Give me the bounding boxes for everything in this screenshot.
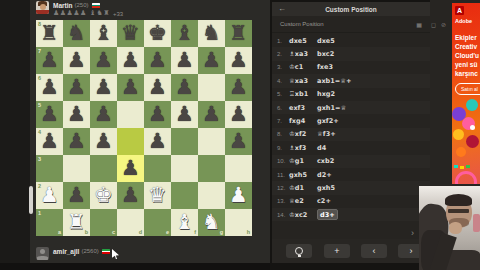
file-label: h [247,229,250,235]
square-d5[interactable] [117,101,144,128]
piece-black-bishop: ♝ [171,20,198,47]
white-move[interactable]: ♔xc2 [289,211,315,219]
panel-toolbar: + ‹ › [272,239,430,263]
move-number: 5. [277,91,289,97]
move-number: 9. [277,145,289,151]
ad-block-icon[interactable]: ⊘ [441,21,446,28]
piece-black-pawn: ♟ [225,74,252,101]
ad-cta-button[interactable]: Satın al [455,83,480,95]
prev-move-button[interactable]: ‹ [361,244,387,258]
ad-dot-1 [454,165,458,168]
black-move[interactable]: gxh1=♕ [317,104,343,112]
ad-art-ring [455,171,477,184]
square-c7[interactable]: ♟ [90,47,117,74]
square-b7[interactable]: ♟ [63,47,90,74]
custom-position-label: Custom Position [280,21,324,27]
file-label: e [166,229,169,235]
move-row: 3.♔c1fxe3 [272,61,430,74]
ad-art-white [470,125,475,130]
move-number: 3. [277,64,289,70]
piece-black-pawn: ♟ [171,101,198,128]
piece-black-bishop: ♝ [90,20,117,47]
move-row: 7.fxg4gxf2+ [272,114,430,127]
piece-black-pawn: ♟ [90,74,117,101]
piece-black-pawn: ♟ [117,155,144,182]
piece-black-pawn: ♟ [63,101,90,128]
move-number: 13. [277,198,289,204]
webcam-person-glasses [448,209,469,213]
piece-black-pawn: ♟ [225,128,252,155]
square-c6[interactable]: ♟ [90,74,117,101]
move-number: 8. [277,131,289,137]
piece-black-queen: ♛ [117,20,144,47]
move-row: 14.♔xc2d3+ [272,208,430,221]
board[interactable]: 8♜♞♝♛♚♝♞♜7♟♟♟♟♟♟♟♟6♟♟♟♟♟♟♟5♟♟♟♟♟♟♟4♟♟♟♟♟… [36,20,252,236]
ad-art-crimson [466,135,479,148]
piece-black-pawn: ♟ [63,128,90,155]
opponent-rating: (250) [75,2,89,8]
webcam-background-item [473,214,480,232]
piece-black-pawn: ♟ [36,47,63,74]
black-move[interactable]: fxe3 [317,63,343,71]
avatar-player[interactable] [36,247,49,260]
piece-black-pawn: ♟ [90,47,117,74]
black-move[interactable]: gxh5 [317,184,343,192]
square-f2[interactable] [171,182,198,209]
ad-dot-3 [466,165,470,168]
square-h1[interactable]: h [225,209,252,236]
square-b2[interactable]: ♟ [63,182,90,209]
piece-black-pawn: ♟ [225,101,252,128]
avatar-shirt [36,10,49,14]
material-advantage: +33 [113,11,123,17]
square-d8[interactable]: ♛ [117,20,144,47]
ad-options-icon[interactable]: ◻ [431,21,436,28]
square-b5[interactable]: ♟ [63,101,90,128]
piece-black-pawn: ♟ [117,74,144,101]
avatar-head [40,249,45,254]
square-b4[interactable]: ♟ [63,128,90,155]
piece-white-rook: ♜ [63,209,90,236]
square-h8[interactable]: ♜ [225,20,252,47]
move-number: 11. [277,172,289,178]
ad-headline-line: yeni sü [455,60,480,69]
bottom-player-bar: amir_ajll (2560) [36,247,110,260]
file-label: a [58,229,61,235]
square-g1[interactable]: g♞ [198,209,225,236]
white-move[interactable]: ♕xa3 [289,77,315,85]
ad-art-yellow [453,129,464,140]
square-e2[interactable]: ♛ [144,182,171,209]
scrollbar-thumb[interactable] [29,186,33,214]
piece-white-queen: ♛ [144,182,171,209]
square-h5[interactable]: ♟ [225,101,252,128]
adobe-ad-banner[interactable]: A Adobe EkiplerCreativCloud'uyeni sükarş… [452,3,480,184]
black-move[interactable]: hxg2 [317,90,343,98]
panel-title: Custom Position [272,6,430,13]
white-move[interactable]: fxg4 [289,117,315,125]
square-b8[interactable]: ♞ [63,20,90,47]
move-number: 2. [277,51,289,57]
white-move[interactable]: ♔c1 [289,63,315,71]
piece-black-pawn: ♟ [63,74,90,101]
square-e7[interactable]: ♟ [144,47,171,74]
square-h4[interactable]: ♟ [225,128,252,155]
move-number: 10. [277,158,289,164]
square-g7[interactable]: ♟ [198,47,225,74]
square-h6[interactable]: ♟ [225,74,252,101]
ad-headline-line: Creativ [455,42,480,51]
square-e1[interactable]: e [144,209,171,236]
black-move[interactable]: dxe5 [317,37,343,45]
square-a8[interactable]: 8♜ [36,20,63,47]
piece-black-rook: ♜ [225,20,252,47]
piece-black-pawn: ♟ [144,128,171,155]
square-a5[interactable]: 5♟ [36,101,63,128]
move-row: 5.♖xb1hxg2 [272,88,430,101]
move-row: 2.♗xa3bxc2 [272,47,430,60]
square-d1[interactable]: d [117,209,144,236]
lightbulb-icon [295,247,303,255]
move-row: 9.♗xf3d4 [272,141,430,154]
ad-dot-2 [460,166,464,169]
move-panel: ← Custom Position Custom Position ▦ 1.dx… [272,2,430,263]
piece-black-pawn: ♟ [171,47,198,74]
square-g8[interactable]: ♞ [198,20,225,47]
collapse-chevron-icon[interactable]: › [411,228,414,238]
square-a3[interactable]: 3 [36,155,63,182]
file-label: c [112,229,115,235]
piece-black-pawn: ♟ [225,47,252,74]
move-row: 8.♔xf2♕f3+ [272,128,430,141]
square-f6[interactable]: ♟ [171,74,198,101]
white-move[interactable]: ♕e2 [289,197,315,205]
square-f3[interactable] [171,155,198,182]
black-move[interactable]: d4 [317,144,343,152]
left-rail [0,0,30,270]
webcam-person-hand [449,222,462,234]
adobe-brand-text: Adobe [455,18,472,24]
white-move[interactable]: ♗xa3 [289,50,315,58]
piece-black-knight: ♞ [63,20,90,47]
piece-black-pawn: ♟ [90,128,117,155]
piece-black-pawn: ♟ [90,101,117,128]
piece-black-pawn: ♟ [198,101,225,128]
move-list: 1.dxe5dxe52.♗xa3bxc23.♔c1fxe34.♕xa3axb1=… [272,34,430,221]
webcam-overlay [419,186,480,270]
square-e6[interactable]: ♟ [144,74,171,101]
square-e5[interactable]: ♟ [144,101,171,128]
square-a1[interactable]: 1a [36,209,63,236]
back-arrow-icon[interactable]: ← [278,2,286,16]
white-move[interactable]: ♔xf2 [289,130,315,138]
chess-app-window: Martin (250) ♟♟♟♟♟ ♝♞♜ +33 8♜♞♝♛♚♝♞♜7♟♟♟… [0,0,480,270]
adobe-logo-icon: A [455,6,464,15]
square-d7[interactable]: ♟ [117,47,144,74]
square-e4[interactable]: ♟ [144,128,171,155]
square-b3[interactable] [63,155,90,182]
square-h7[interactable]: ♟ [225,47,252,74]
add-button[interactable]: + [324,244,350,258]
white-move[interactable]: ♗xf3 [289,144,315,152]
black-move[interactable]: ♕f3+ [317,130,343,138]
opponent-name[interactable]: Martin [53,2,73,9]
square-g6[interactable] [198,74,225,101]
player-name[interactable]: amir_ajll [53,248,79,255]
avatar-body [37,256,48,260]
square-a6[interactable]: 6♟ [36,74,63,101]
piece-black-pawn: ♟ [171,74,198,101]
square-d4[interactable] [117,128,144,155]
square-a7[interactable]: 7♟ [36,47,63,74]
move-row: 10.♔g1cxb2 [272,155,430,168]
white-move[interactable]: dxe5 [289,37,315,45]
captured-pieces: ♟♟♟♟♟ ♝♞♜ [53,10,110,17]
piece-white-pawn: ♟ [225,182,252,209]
square-d2[interactable]: ♟ [117,182,144,209]
move-number: 12. [277,185,289,191]
white-move[interactable]: gxh5 [289,171,315,179]
square-b6[interactable]: ♟ [63,74,90,101]
black-move[interactable]: bxc2 [317,50,343,58]
move-number: 6. [277,105,289,111]
square-c8[interactable]: ♝ [90,20,117,47]
move-number: 4. [277,78,289,84]
move-row: 11.gxh5d2+ [272,168,430,181]
piece-white-pawn: ♟ [36,182,63,209]
piece-white-knight: ♞ [198,209,225,236]
ad-art-teal [466,99,478,111]
square-g4[interactable] [198,128,225,155]
square-e3[interactable] [144,155,171,182]
move-row: 13.♕e2c2+ [272,195,430,208]
ad-headline-line: Ekipler [455,33,480,42]
piece-black-pawn: ♟ [117,182,144,209]
square-f1[interactable]: f♝ [171,209,198,236]
piece-black-pawn: ♟ [144,101,171,128]
piece-white-king: ♚ [90,182,117,209]
hint-button[interactable] [286,244,312,258]
white-move[interactable]: ♖xb1 [289,90,315,98]
white-move[interactable]: exf3 [289,104,315,112]
square-c1[interactable]: c [90,209,117,236]
piece-black-pawn: ♟ [144,74,171,101]
piece-black-pawn: ♟ [36,74,63,101]
white-move[interactable]: ♔d1 [289,184,315,192]
rank-label: 3 [38,156,41,162]
move-row: 6.exf3gxh1=♕ [272,101,430,114]
piece-black-pawn: ♟ [63,47,90,74]
rank-label: 1 [38,210,41,216]
file-label: d [139,229,142,235]
piece-black-knight: ♞ [198,20,225,47]
piece-black-pawn: ♟ [144,47,171,74]
piece-black-pawn: ♟ [117,47,144,74]
square-h2[interactable]: ♟ [225,182,252,209]
top-player-bar: Martin (250) ♟♟♟♟♟ ♝♞♜ +33 [36,1,123,17]
webcam-person-hair [445,194,472,206]
square-f8[interactable]: ♝ [171,20,198,47]
black-move[interactable]: cxb2 [317,157,343,165]
square-b1[interactable]: b♜ [63,209,90,236]
square-g2[interactable] [198,182,225,209]
square-h3[interactable] [225,155,252,182]
piece-black-rook: ♜ [36,20,63,47]
move-number: 7. [277,118,289,124]
square-c2[interactable]: ♚ [90,182,117,209]
piece-white-bishop: ♝ [171,209,198,236]
piece-black-pawn: ♟ [36,128,63,155]
move-row: 1.dxe5dxe5 [272,34,430,47]
square-a2[interactable]: 2♟ [36,182,63,209]
square-e8[interactable]: ♚ [144,20,171,47]
player-rating: (2560) [81,248,98,254]
black-move[interactable]: d2+ [317,171,343,179]
black-move[interactable]: gxf2+ [317,117,343,125]
square-a4[interactable]: 4♟ [36,128,63,155]
ad-headline: EkiplerCreativCloud'uyeni sükarşınc [455,33,480,78]
square-c4[interactable]: ♟ [90,128,117,155]
square-d6[interactable]: ♟ [117,74,144,101]
black-move[interactable]: d3+ [317,209,343,220]
bulgaria-flag-icon [92,3,100,8]
square-c3[interactable] [90,155,117,182]
square-g5[interactable]: ♟ [198,101,225,128]
ad-headline-line: Cloud'u [455,51,480,60]
square-f4[interactable] [171,128,198,155]
ad-headline-line: karşınc [455,69,480,78]
iran-flag-icon [102,249,110,254]
move-number: 14. [277,212,289,218]
piece-black-pawn: ♟ [198,47,225,74]
black-move[interactable]: c2+ [317,197,343,205]
square-c5[interactable]: ♟ [90,101,117,128]
square-f5[interactable]: ♟ [171,101,198,128]
move-row: 12.♔d1gxh5 [272,181,430,194]
avatar-martin[interactable] [36,1,49,14]
ad-art-orange [456,147,466,157]
selected-move-chip: d3+ [317,209,338,220]
board-grid-icon[interactable]: ▦ [416,21,422,28]
piece-black-king: ♚ [144,20,171,47]
piece-black-pawn: ♟ [36,101,63,128]
square-d3[interactable]: ♟ [117,155,144,182]
ad-controls: ◻ ⊘ [431,21,451,28]
white-move[interactable]: ♔g1 [289,157,315,165]
square-f7[interactable]: ♟ [171,47,198,74]
move-row: 4.♕xa3axb1=♕+ [272,74,430,87]
square-g3[interactable] [198,155,225,182]
piece-black-pawn: ♟ [63,182,90,209]
black-move[interactable]: axb1=♕+ [317,77,343,85]
move-number: 1. [277,38,289,44]
